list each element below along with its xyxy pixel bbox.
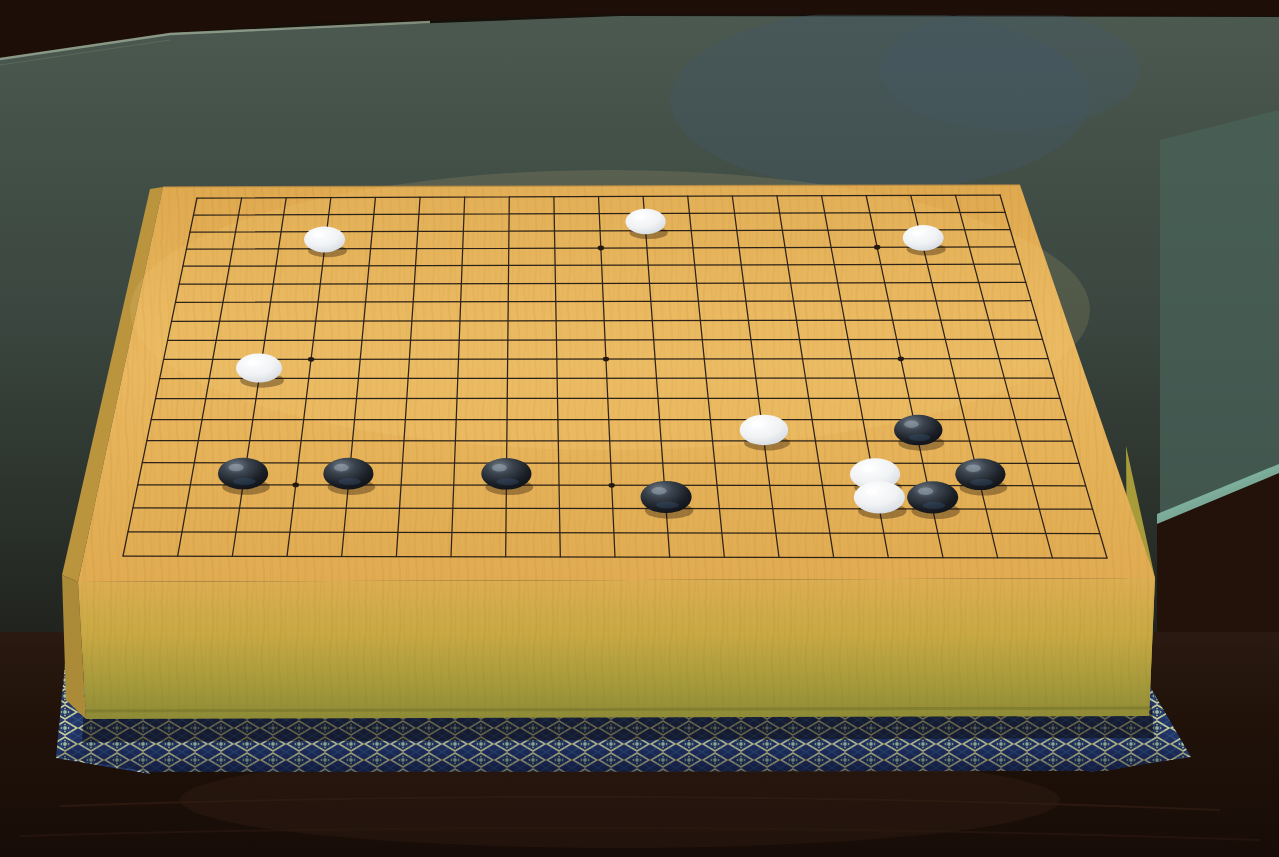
star-point — [308, 357, 314, 362]
grid-line-horizontal — [142, 463, 1079, 464]
star-point — [603, 357, 609, 362]
star-point — [598, 246, 604, 251]
black-stone — [323, 458, 373, 490]
wall-right — [1160, 110, 1279, 516]
black-stone — [955, 458, 1005, 490]
star-point — [609, 483, 615, 488]
black-stone — [218, 458, 268, 490]
white-stone — [854, 481, 905, 513]
go-board — [62, 170, 1155, 719]
star-point — [293, 483, 299, 488]
photo-go-board-scene — [0, 0, 1279, 857]
star-point — [898, 356, 904, 361]
white-stone — [236, 353, 282, 382]
black-stone — [481, 458, 531, 490]
black-stone — [641, 481, 692, 513]
star-point — [874, 245, 880, 250]
black-stone — [907, 481, 958, 513]
white-stone — [903, 225, 944, 251]
white-stone — [304, 227, 345, 253]
scene-svg — [0, 0, 1279, 857]
glass-reflection — [880, 10, 1140, 130]
white-stone — [740, 415, 788, 446]
white-stone — [625, 209, 665, 234]
black-stone — [894, 415, 942, 446]
